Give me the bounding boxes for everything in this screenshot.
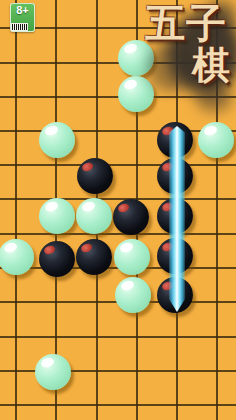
stone-green (198, 122, 234, 158)
grid-line-horizontal (0, 233, 236, 235)
barcode-icon (12, 24, 27, 30)
stone-green (39, 198, 75, 234)
stone-green (35, 354, 71, 390)
stone-green (0, 239, 34, 275)
age-rating-badge: 8+ (10, 3, 35, 32)
game-title-line2: 棋 (136, 46, 236, 84)
game-title-line1: 五子 (136, 4, 236, 44)
grid-line-horizontal (0, 336, 236, 338)
stone-green (39, 122, 75, 158)
win-beam (169, 126, 185, 312)
age-rating-label: 8+ (11, 4, 34, 16)
game-title: 五子 棋 (136, 4, 236, 84)
grid-line-horizontal (0, 198, 236, 200)
stone-green (76, 198, 112, 234)
stone-black (76, 239, 112, 275)
grid-line-horizontal (0, 164, 236, 166)
stone-green (115, 277, 151, 313)
stone-green (114, 239, 150, 275)
title-ink-smudge-bottom (196, 84, 232, 112)
grid-line-horizontal (0, 404, 236, 406)
stone-black (113, 199, 149, 235)
stone-black (77, 158, 113, 194)
stone-black (39, 241, 75, 277)
